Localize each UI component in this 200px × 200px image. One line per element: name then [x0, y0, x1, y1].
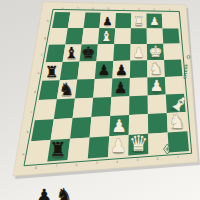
piece-white-pawn-f3[interactable]: ♟: [133, 45, 145, 60]
square-g3[interactable]: [131, 28, 147, 44]
coord-bottom-0: 8: [35, 166, 37, 170]
piece-white-pawn-a4[interactable]: ♟: [110, 135, 127, 156]
square-b7[interactable]: [51, 118, 73, 140]
coord-bottom-4: 4: [116, 160, 118, 164]
piece-white-pawn-d2[interactable]: ♟: [150, 77, 164, 95]
square-f5[interactable]: [96, 44, 114, 61]
piece-white-knight-e2[interactable]: ♞: [149, 59, 163, 78]
piece-black-rook-a7[interactable]: ♜: [49, 138, 66, 161]
table-cloth: Overhead photo of a green and cream viny…: [0, 0, 200, 200]
square-d5[interactable]: [93, 79, 112, 98]
square-g8[interactable]: [49, 28, 68, 45]
square-a6[interactable]: [68, 137, 90, 160]
coord-bottom-6: 2: [157, 157, 159, 161]
coord-top-2: 6: [92, 7, 94, 11]
piece-black-pawn-h5[interactable]: ♟: [103, 15, 113, 28]
piece-black-king-f6[interactable]: ♚: [81, 43, 95, 62]
coord-top-0: 8: [62, 7, 64, 11]
coord-bottom-2: 6: [76, 163, 78, 167]
square-h6[interactable]: [84, 13, 101, 29]
square-g1[interactable]: [163, 28, 180, 43]
coord-left-4: d: [34, 90, 36, 94]
coord-bottom-7: 1: [177, 155, 179, 159]
piece-black-pawn-e4[interactable]: ♟: [115, 62, 128, 78]
square-b2[interactable]: [148, 113, 168, 134]
piece-black-pawn-e5[interactable]: ♟: [97, 62, 110, 78]
coord-left-6: b: [26, 130, 28, 134]
piece-white-pawn-b4[interactable]: ♟: [111, 116, 127, 136]
square-c7[interactable]: [54, 99, 75, 120]
square-f1[interactable]: [163, 44, 181, 60]
square-c6[interactable]: [73, 98, 94, 118]
piece-black-rook-e8[interactable]: ♜: [45, 63, 58, 81]
coord-top-7: 1: [168, 8, 170, 12]
square-f8[interactable]: [46, 45, 66, 63]
square-a5[interactable]: [88, 136, 109, 158]
coord-top-5: 3: [138, 8, 140, 12]
coord-bottom-1: 7: [55, 164, 57, 168]
square-h7[interactable]: [68, 12, 86, 28]
square-c4[interactable]: [110, 96, 129, 116]
piece-white-queen-a3[interactable]: ♛: [129, 131, 149, 156]
piece-black-knight-d7[interactable]: ♞: [59, 79, 74, 99]
square-c2[interactable]: [148, 95, 167, 115]
coord-bottom-5: 3: [136, 158, 138, 162]
coord-left-3: e: [38, 71, 40, 75]
square-h1[interactable]: [162, 14, 179, 29]
coord-top-3: 5: [107, 7, 109, 11]
square-d6[interactable]: [75, 79, 95, 98]
square-e6[interactable]: [77, 61, 96, 79]
piece-white-bishop-g5[interactable]: ♝: [100, 28, 113, 44]
square-c3[interactable]: [129, 95, 148, 115]
piece-white-pawn-h2[interactable]: ♟: [150, 15, 160, 28]
coord-top-4: 4: [123, 8, 125, 12]
square-b5[interactable]: [90, 116, 111, 137]
square-d3[interactable]: [130, 77, 148, 96]
square-h8[interactable]: [52, 12, 70, 28]
piece-white-knight-b1[interactable]: ♞: [169, 110, 186, 133]
captured-black-knight[interactable]: ♞: [56, 184, 72, 200]
square-b6[interactable]: [70, 117, 91, 139]
square-g4[interactable]: [114, 28, 131, 44]
square-e1[interactable]: [164, 60, 182, 77]
coord-left-0: h: [47, 19, 49, 23]
coord-bottom-3: 5: [96, 161, 98, 165]
coord-left-1: g: [44, 36, 46, 40]
square-h4[interactable]: [115, 13, 131, 28]
piece-white-rook-h3[interactable]: ♜: [134, 14, 144, 28]
piece-black-pawn-d4[interactable]: ♟: [114, 79, 128, 97]
coord-top-6: 2: [153, 8, 155, 12]
square-c5[interactable]: [91, 97, 111, 117]
captured-black-pawn[interactable]: ♟: [36, 185, 52, 200]
square-d8[interactable]: [39, 80, 60, 100]
coord-left-7: a: [23, 152, 25, 156]
coord-left-5: c: [30, 110, 32, 114]
piece-black-bishop-f7[interactable]: ♝: [65, 44, 79, 62]
square-f4[interactable]: [113, 44, 130, 61]
square-a2[interactable]: [148, 132, 169, 154]
square-e3[interactable]: [130, 60, 148, 78]
chessboard-photo: 8765432187654321hgfedcbaCHESS♟♜♟♝♝♚♟♚♜♟♟…: [0, 0, 200, 200]
square-e7[interactable]: [60, 62, 80, 81]
coord-top-1: 7: [77, 7, 79, 11]
